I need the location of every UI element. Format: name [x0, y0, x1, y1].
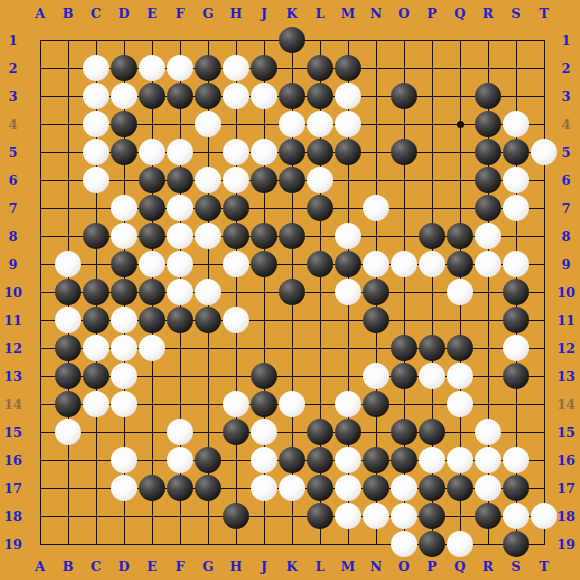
- point-Q11[interactable]: [446, 306, 474, 334]
- point-B4[interactable]: [54, 110, 82, 138]
- point-A16[interactable]: [26, 446, 54, 474]
- point-B18[interactable]: [54, 502, 82, 530]
- point-R18[interactable]: [474, 502, 502, 530]
- point-A9[interactable]: [26, 250, 54, 278]
- point-P8[interactable]: [418, 222, 446, 250]
- point-G16[interactable]: [194, 446, 222, 474]
- point-D10[interactable]: [110, 278, 138, 306]
- point-M17[interactable]: [334, 474, 362, 502]
- point-B13[interactable]: [54, 362, 82, 390]
- point-L18[interactable]: [306, 502, 334, 530]
- point-B17[interactable]: [54, 474, 82, 502]
- point-E18[interactable]: [138, 502, 166, 530]
- point-O16[interactable]: [390, 446, 418, 474]
- point-T10[interactable]: [530, 278, 558, 306]
- point-D8[interactable]: [110, 222, 138, 250]
- point-O15[interactable]: [390, 418, 418, 446]
- point-Q4[interactable]: [446, 110, 474, 138]
- point-Q10[interactable]: [446, 278, 474, 306]
- point-N6[interactable]: [362, 166, 390, 194]
- point-J10[interactable]: [250, 278, 278, 306]
- point-T16[interactable]: [530, 446, 558, 474]
- point-B8[interactable]: [54, 222, 82, 250]
- point-E17[interactable]: [138, 474, 166, 502]
- point-A17[interactable]: [26, 474, 54, 502]
- point-R5[interactable]: [474, 138, 502, 166]
- point-K3[interactable]: [278, 82, 306, 110]
- point-J6[interactable]: [250, 166, 278, 194]
- point-A7[interactable]: [26, 194, 54, 222]
- point-J7[interactable]: [250, 194, 278, 222]
- point-H14[interactable]: [222, 390, 250, 418]
- point-C3[interactable]: [82, 82, 110, 110]
- point-H18[interactable]: [222, 502, 250, 530]
- point-M12[interactable]: [334, 334, 362, 362]
- point-J11[interactable]: [250, 306, 278, 334]
- point-L8[interactable]: [306, 222, 334, 250]
- point-B19[interactable]: [54, 530, 82, 558]
- point-E15[interactable]: [138, 418, 166, 446]
- point-T7[interactable]: [530, 194, 558, 222]
- point-D1[interactable]: [110, 26, 138, 54]
- point-P17[interactable]: [418, 474, 446, 502]
- point-C9[interactable]: [82, 250, 110, 278]
- point-L6[interactable]: [306, 166, 334, 194]
- point-T15[interactable]: [530, 418, 558, 446]
- point-G7[interactable]: [194, 194, 222, 222]
- point-C15[interactable]: [82, 418, 110, 446]
- point-O9[interactable]: [390, 250, 418, 278]
- point-R10[interactable]: [474, 278, 502, 306]
- point-K13[interactable]: [278, 362, 306, 390]
- point-G15[interactable]: [194, 418, 222, 446]
- point-M1[interactable]: [334, 26, 362, 54]
- point-O19[interactable]: [390, 530, 418, 558]
- point-R7[interactable]: [474, 194, 502, 222]
- point-T2[interactable]: [530, 54, 558, 82]
- point-P4[interactable]: [418, 110, 446, 138]
- point-T14[interactable]: [530, 390, 558, 418]
- point-L10[interactable]: [306, 278, 334, 306]
- point-G9[interactable]: [194, 250, 222, 278]
- point-O2[interactable]: [390, 54, 418, 82]
- point-J2[interactable]: [250, 54, 278, 82]
- point-P16[interactable]: [418, 446, 446, 474]
- point-L7[interactable]: [306, 194, 334, 222]
- point-O14[interactable]: [390, 390, 418, 418]
- point-M3[interactable]: [334, 82, 362, 110]
- point-Q8[interactable]: [446, 222, 474, 250]
- point-K16[interactable]: [278, 446, 306, 474]
- point-Q17[interactable]: [446, 474, 474, 502]
- point-N8[interactable]: [362, 222, 390, 250]
- point-M14[interactable]: [334, 390, 362, 418]
- point-J3[interactable]: [250, 82, 278, 110]
- point-H8[interactable]: [222, 222, 250, 250]
- point-H6[interactable]: [222, 166, 250, 194]
- point-D18[interactable]: [110, 502, 138, 530]
- point-J16[interactable]: [250, 446, 278, 474]
- point-E4[interactable]: [138, 110, 166, 138]
- point-H2[interactable]: [222, 54, 250, 82]
- point-S3[interactable]: [502, 82, 530, 110]
- point-D4[interactable]: [110, 110, 138, 138]
- point-K7[interactable]: [278, 194, 306, 222]
- point-F19[interactable]: [166, 530, 194, 558]
- point-D19[interactable]: [110, 530, 138, 558]
- point-K8[interactable]: [278, 222, 306, 250]
- point-H5[interactable]: [222, 138, 250, 166]
- point-M2[interactable]: [334, 54, 362, 82]
- point-F3[interactable]: [166, 82, 194, 110]
- point-E5[interactable]: [138, 138, 166, 166]
- point-P18[interactable]: [418, 502, 446, 530]
- point-F11[interactable]: [166, 306, 194, 334]
- point-C8[interactable]: [82, 222, 110, 250]
- point-R3[interactable]: [474, 82, 502, 110]
- point-F7[interactable]: [166, 194, 194, 222]
- point-B16[interactable]: [54, 446, 82, 474]
- point-H16[interactable]: [222, 446, 250, 474]
- point-O13[interactable]: [390, 362, 418, 390]
- point-P12[interactable]: [418, 334, 446, 362]
- point-T8[interactable]: [530, 222, 558, 250]
- point-F5[interactable]: [166, 138, 194, 166]
- point-P13[interactable]: [418, 362, 446, 390]
- point-E1[interactable]: [138, 26, 166, 54]
- point-D11[interactable]: [110, 306, 138, 334]
- point-C13[interactable]: [82, 362, 110, 390]
- point-D13[interactable]: [110, 362, 138, 390]
- point-S2[interactable]: [502, 54, 530, 82]
- point-L19[interactable]: [306, 530, 334, 558]
- point-L16[interactable]: [306, 446, 334, 474]
- point-N19[interactable]: [362, 530, 390, 558]
- point-N16[interactable]: [362, 446, 390, 474]
- point-J1[interactable]: [250, 26, 278, 54]
- point-P19[interactable]: [418, 530, 446, 558]
- point-E3[interactable]: [138, 82, 166, 110]
- point-S14[interactable]: [502, 390, 530, 418]
- point-C14[interactable]: [82, 390, 110, 418]
- point-T18[interactable]: [530, 502, 558, 530]
- point-J18[interactable]: [250, 502, 278, 530]
- point-Q1[interactable]: [446, 26, 474, 54]
- point-G3[interactable]: [194, 82, 222, 110]
- point-T12[interactable]: [530, 334, 558, 362]
- point-H3[interactable]: [222, 82, 250, 110]
- point-T3[interactable]: [530, 82, 558, 110]
- point-G11[interactable]: [194, 306, 222, 334]
- point-O3[interactable]: [390, 82, 418, 110]
- point-J19[interactable]: [250, 530, 278, 558]
- point-A4[interactable]: [26, 110, 54, 138]
- point-P6[interactable]: [418, 166, 446, 194]
- point-E19[interactable]: [138, 530, 166, 558]
- point-H4[interactable]: [222, 110, 250, 138]
- point-B9[interactable]: [54, 250, 82, 278]
- point-E12[interactable]: [138, 334, 166, 362]
- point-H15[interactable]: [222, 418, 250, 446]
- point-B14[interactable]: [54, 390, 82, 418]
- point-A2[interactable]: [26, 54, 54, 82]
- point-M16[interactable]: [334, 446, 362, 474]
- point-T5[interactable]: [530, 138, 558, 166]
- point-F18[interactable]: [166, 502, 194, 530]
- point-L17[interactable]: [306, 474, 334, 502]
- point-S17[interactable]: [502, 474, 530, 502]
- point-B12[interactable]: [54, 334, 82, 362]
- point-L3[interactable]: [306, 82, 334, 110]
- point-K12[interactable]: [278, 334, 306, 362]
- point-D2[interactable]: [110, 54, 138, 82]
- point-P9[interactable]: [418, 250, 446, 278]
- point-N17[interactable]: [362, 474, 390, 502]
- point-T17[interactable]: [530, 474, 558, 502]
- point-T13[interactable]: [530, 362, 558, 390]
- point-F1[interactable]: [166, 26, 194, 54]
- point-M7[interactable]: [334, 194, 362, 222]
- point-A10[interactable]: [26, 278, 54, 306]
- point-A19[interactable]: [26, 530, 54, 558]
- point-F6[interactable]: [166, 166, 194, 194]
- point-K10[interactable]: [278, 278, 306, 306]
- point-E2[interactable]: [138, 54, 166, 82]
- point-O4[interactable]: [390, 110, 418, 138]
- point-B6[interactable]: [54, 166, 82, 194]
- point-S4[interactable]: [502, 110, 530, 138]
- point-K19[interactable]: [278, 530, 306, 558]
- point-Q6[interactable]: [446, 166, 474, 194]
- point-S6[interactable]: [502, 166, 530, 194]
- point-S15[interactable]: [502, 418, 530, 446]
- point-G14[interactable]: [194, 390, 222, 418]
- point-F4[interactable]: [166, 110, 194, 138]
- point-E14[interactable]: [138, 390, 166, 418]
- point-R9[interactable]: [474, 250, 502, 278]
- point-R13[interactable]: [474, 362, 502, 390]
- point-F2[interactable]: [166, 54, 194, 82]
- point-G2[interactable]: [194, 54, 222, 82]
- point-R12[interactable]: [474, 334, 502, 362]
- point-C12[interactable]: [82, 334, 110, 362]
- point-J13[interactable]: [250, 362, 278, 390]
- point-S9[interactable]: [502, 250, 530, 278]
- point-J17[interactable]: [250, 474, 278, 502]
- point-K6[interactable]: [278, 166, 306, 194]
- point-N12[interactable]: [362, 334, 390, 362]
- point-E10[interactable]: [138, 278, 166, 306]
- point-Q2[interactable]: [446, 54, 474, 82]
- point-N11[interactable]: [362, 306, 390, 334]
- point-D12[interactable]: [110, 334, 138, 362]
- point-R1[interactable]: [474, 26, 502, 54]
- point-K11[interactable]: [278, 306, 306, 334]
- point-D15[interactable]: [110, 418, 138, 446]
- point-Q3[interactable]: [446, 82, 474, 110]
- point-Q19[interactable]: [446, 530, 474, 558]
- point-P11[interactable]: [418, 306, 446, 334]
- point-M19[interactable]: [334, 530, 362, 558]
- point-G4[interactable]: [194, 110, 222, 138]
- point-M5[interactable]: [334, 138, 362, 166]
- point-J15[interactable]: [250, 418, 278, 446]
- point-S1[interactable]: [502, 26, 530, 54]
- point-G5[interactable]: [194, 138, 222, 166]
- point-L13[interactable]: [306, 362, 334, 390]
- point-C4[interactable]: [82, 110, 110, 138]
- point-R4[interactable]: [474, 110, 502, 138]
- point-T1[interactable]: [530, 26, 558, 54]
- point-A14[interactable]: [26, 390, 54, 418]
- point-N3[interactable]: [362, 82, 390, 110]
- point-G12[interactable]: [194, 334, 222, 362]
- point-B11[interactable]: [54, 306, 82, 334]
- point-J8[interactable]: [250, 222, 278, 250]
- point-F9[interactable]: [166, 250, 194, 278]
- point-Q7[interactable]: [446, 194, 474, 222]
- point-L9[interactable]: [306, 250, 334, 278]
- point-C1[interactable]: [82, 26, 110, 54]
- point-F8[interactable]: [166, 222, 194, 250]
- point-M6[interactable]: [334, 166, 362, 194]
- point-N18[interactable]: [362, 502, 390, 530]
- point-M9[interactable]: [334, 250, 362, 278]
- point-R14[interactable]: [474, 390, 502, 418]
- point-S13[interactable]: [502, 362, 530, 390]
- point-S11[interactable]: [502, 306, 530, 334]
- point-S7[interactable]: [502, 194, 530, 222]
- point-O18[interactable]: [390, 502, 418, 530]
- point-E16[interactable]: [138, 446, 166, 474]
- point-M13[interactable]: [334, 362, 362, 390]
- point-C11[interactable]: [82, 306, 110, 334]
- point-D9[interactable]: [110, 250, 138, 278]
- point-H17[interactable]: [222, 474, 250, 502]
- point-S19[interactable]: [502, 530, 530, 558]
- point-J14[interactable]: [250, 390, 278, 418]
- point-P10[interactable]: [418, 278, 446, 306]
- point-L15[interactable]: [306, 418, 334, 446]
- point-G6[interactable]: [194, 166, 222, 194]
- point-Q5[interactable]: [446, 138, 474, 166]
- point-B1[interactable]: [54, 26, 82, 54]
- point-K14[interactable]: [278, 390, 306, 418]
- point-N7[interactable]: [362, 194, 390, 222]
- point-L11[interactable]: [306, 306, 334, 334]
- point-A12[interactable]: [26, 334, 54, 362]
- point-R11[interactable]: [474, 306, 502, 334]
- point-S5[interactable]: [502, 138, 530, 166]
- point-O8[interactable]: [390, 222, 418, 250]
- point-F13[interactable]: [166, 362, 194, 390]
- point-C18[interactable]: [82, 502, 110, 530]
- point-A18[interactable]: [26, 502, 54, 530]
- point-E11[interactable]: [138, 306, 166, 334]
- point-C16[interactable]: [82, 446, 110, 474]
- point-T6[interactable]: [530, 166, 558, 194]
- point-F15[interactable]: [166, 418, 194, 446]
- point-R2[interactable]: [474, 54, 502, 82]
- point-N10[interactable]: [362, 278, 390, 306]
- point-H9[interactable]: [222, 250, 250, 278]
- point-H13[interactable]: [222, 362, 250, 390]
- point-A6[interactable]: [26, 166, 54, 194]
- point-A5[interactable]: [26, 138, 54, 166]
- point-D5[interactable]: [110, 138, 138, 166]
- point-K15[interactable]: [278, 418, 306, 446]
- point-C19[interactable]: [82, 530, 110, 558]
- point-O1[interactable]: [390, 26, 418, 54]
- point-K17[interactable]: [278, 474, 306, 502]
- point-A11[interactable]: [26, 306, 54, 334]
- point-N4[interactable]: [362, 110, 390, 138]
- point-D6[interactable]: [110, 166, 138, 194]
- point-Q13[interactable]: [446, 362, 474, 390]
- point-D7[interactable]: [110, 194, 138, 222]
- point-Q18[interactable]: [446, 502, 474, 530]
- point-P5[interactable]: [418, 138, 446, 166]
- point-E13[interactable]: [138, 362, 166, 390]
- point-A8[interactable]: [26, 222, 54, 250]
- point-F10[interactable]: [166, 278, 194, 306]
- point-C6[interactable]: [82, 166, 110, 194]
- point-R6[interactable]: [474, 166, 502, 194]
- point-M15[interactable]: [334, 418, 362, 446]
- point-P7[interactable]: [418, 194, 446, 222]
- point-S16[interactable]: [502, 446, 530, 474]
- point-J4[interactable]: [250, 110, 278, 138]
- point-J9[interactable]: [250, 250, 278, 278]
- point-N9[interactable]: [362, 250, 390, 278]
- point-H12[interactable]: [222, 334, 250, 362]
- point-L14[interactable]: [306, 390, 334, 418]
- point-Q14[interactable]: [446, 390, 474, 418]
- point-S18[interactable]: [502, 502, 530, 530]
- point-D3[interactable]: [110, 82, 138, 110]
- point-J12[interactable]: [250, 334, 278, 362]
- point-N14[interactable]: [362, 390, 390, 418]
- point-Q9[interactable]: [446, 250, 474, 278]
- point-O7[interactable]: [390, 194, 418, 222]
- point-R17[interactable]: [474, 474, 502, 502]
- point-R16[interactable]: [474, 446, 502, 474]
- point-F14[interactable]: [166, 390, 194, 418]
- point-R15[interactable]: [474, 418, 502, 446]
- point-G19[interactable]: [194, 530, 222, 558]
- point-A3[interactable]: [26, 82, 54, 110]
- point-E8[interactable]: [138, 222, 166, 250]
- point-M8[interactable]: [334, 222, 362, 250]
- point-O10[interactable]: [390, 278, 418, 306]
- point-N5[interactable]: [362, 138, 390, 166]
- point-L5[interactable]: [306, 138, 334, 166]
- point-Q16[interactable]: [446, 446, 474, 474]
- point-M11[interactable]: [334, 306, 362, 334]
- point-C10[interactable]: [82, 278, 110, 306]
- point-G17[interactable]: [194, 474, 222, 502]
- point-B2[interactable]: [54, 54, 82, 82]
- point-B10[interactable]: [54, 278, 82, 306]
- point-D16[interactable]: [110, 446, 138, 474]
- point-M18[interactable]: [334, 502, 362, 530]
- point-L2[interactable]: [306, 54, 334, 82]
- point-H10[interactable]: [222, 278, 250, 306]
- point-H1[interactable]: [222, 26, 250, 54]
- point-K18[interactable]: [278, 502, 306, 530]
- point-K2[interactable]: [278, 54, 306, 82]
- point-B5[interactable]: [54, 138, 82, 166]
